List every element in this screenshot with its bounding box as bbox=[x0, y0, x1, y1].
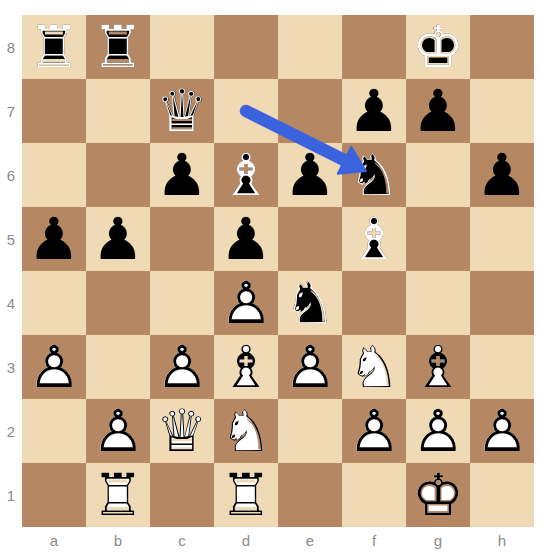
piece-white-pawn[interactable]: ♟♙ bbox=[150, 335, 214, 399]
square-c8[interactable] bbox=[150, 15, 214, 79]
square-b4[interactable] bbox=[86, 271, 150, 335]
piece-black-king[interactable]: ♚♔ bbox=[406, 15, 470, 79]
piece-black-bishop[interactable]: ♝♗ bbox=[342, 207, 406, 271]
piece-black-knight[interactable]: ♞♘ bbox=[278, 271, 342, 335]
square-a6[interactable] bbox=[22, 143, 86, 207]
square-a2[interactable] bbox=[22, 399, 86, 463]
square-e3[interactable]: ♟♙ bbox=[278, 335, 342, 399]
square-h5[interactable] bbox=[470, 207, 534, 271]
square-h1[interactable] bbox=[470, 463, 534, 527]
square-h6[interactable]: ♟ bbox=[470, 143, 534, 207]
file-label-a: a bbox=[22, 527, 86, 554]
square-f4[interactable] bbox=[342, 271, 406, 335]
file-label-f: f bbox=[342, 527, 406, 554]
square-a1[interactable] bbox=[22, 463, 86, 527]
piece-black-pawn[interactable]: ♟ bbox=[470, 143, 534, 207]
square-d8[interactable] bbox=[214, 15, 278, 79]
square-c6[interactable]: ♟ bbox=[150, 143, 214, 207]
square-c1[interactable] bbox=[150, 463, 214, 527]
square-d4[interactable]: ♟♙ bbox=[214, 271, 278, 335]
square-d2[interactable]: ♞♘ bbox=[214, 399, 278, 463]
square-d7[interactable] bbox=[214, 79, 278, 143]
square-b5[interactable]: ♟ bbox=[86, 207, 150, 271]
piece-white-king[interactable]: ♚♔ bbox=[406, 463, 470, 527]
piece-white-queen[interactable]: ♛♕ bbox=[150, 399, 214, 463]
file-label-b: b bbox=[86, 527, 150, 554]
square-c2[interactable]: ♛♕ bbox=[150, 399, 214, 463]
square-c3[interactable]: ♟♙ bbox=[150, 335, 214, 399]
square-g6[interactable] bbox=[406, 143, 470, 207]
square-e8[interactable] bbox=[278, 15, 342, 79]
square-g7[interactable]: ♟ bbox=[406, 79, 470, 143]
square-f3[interactable]: ♞♘ bbox=[342, 335, 406, 399]
square-a7[interactable] bbox=[22, 79, 86, 143]
piece-black-queen[interactable]: ♛♕ bbox=[150, 79, 214, 143]
square-a3[interactable]: ♟♙ bbox=[22, 335, 86, 399]
piece-black-pawn[interactable]: ♟ bbox=[342, 79, 406, 143]
square-e4[interactable]: ♞♘ bbox=[278, 271, 342, 335]
rank-label-4: 4 bbox=[0, 271, 22, 335]
piece-black-pawn[interactable]: ♟ bbox=[86, 207, 150, 271]
piece-white-pawn[interactable]: ♟♙ bbox=[278, 335, 342, 399]
rank-label-7: 7 bbox=[0, 79, 22, 143]
piece-black-pawn[interactable]: ♟ bbox=[278, 143, 342, 207]
piece-black-rook[interactable]: ♜♖ bbox=[86, 15, 150, 79]
rank-label-3: 3 bbox=[0, 335, 22, 399]
piece-black-pawn[interactable]: ♟ bbox=[22, 207, 86, 271]
square-a4[interactable] bbox=[22, 271, 86, 335]
square-h2[interactable]: ♟♙ bbox=[470, 399, 534, 463]
file-label-e: e bbox=[278, 527, 342, 554]
file-label-c: c bbox=[150, 527, 214, 554]
square-b6[interactable] bbox=[86, 143, 150, 207]
piece-white-pawn[interactable]: ♟♙ bbox=[214, 271, 278, 335]
square-e2[interactable] bbox=[278, 399, 342, 463]
square-g1[interactable]: ♚♔ bbox=[406, 463, 470, 527]
square-d6[interactable]: ♝♗ bbox=[214, 143, 278, 207]
piece-white-pawn[interactable]: ♟♙ bbox=[406, 399, 470, 463]
chess-app: ♜♖♜♖♚♔♛♕♟♟♟♝♗♟♞♘♟♟♟♟♝♗♟♙♞♘♟♙♟♙♝♗♟♙♞♘♝♗♟♙… bbox=[0, 0, 550, 554]
file-label-h: h bbox=[470, 527, 534, 554]
square-a8[interactable]: ♜♖ bbox=[22, 15, 86, 79]
piece-white-knight[interactable]: ♞♘ bbox=[342, 335, 406, 399]
square-c5[interactable] bbox=[150, 207, 214, 271]
square-d1[interactable]: ♜♖ bbox=[214, 463, 278, 527]
square-g4[interactable] bbox=[406, 271, 470, 335]
square-f5[interactable]: ♝♗ bbox=[342, 207, 406, 271]
piece-black-knight[interactable]: ♞♘ bbox=[342, 143, 406, 207]
square-h3[interactable] bbox=[470, 335, 534, 399]
square-b1[interactable]: ♜♖ bbox=[86, 463, 150, 527]
square-h4[interactable] bbox=[470, 271, 534, 335]
chess-board: ♜♖♜♖♚♔♛♕♟♟♟♝♗♟♞♘♟♟♟♟♝♗♟♙♞♘♟♙♟♙♝♗♟♙♞♘♝♗♟♙… bbox=[22, 15, 534, 527]
piece-white-knight[interactable]: ♞♘ bbox=[214, 399, 278, 463]
square-f6[interactable]: ♞♘ bbox=[342, 143, 406, 207]
square-g8[interactable]: ♚♔ bbox=[406, 15, 470, 79]
square-c7[interactable]: ♛♕ bbox=[150, 79, 214, 143]
piece-black-pawn[interactable]: ♟ bbox=[150, 143, 214, 207]
piece-white-pawn[interactable]: ♟♙ bbox=[342, 399, 406, 463]
piece-black-bishop[interactable]: ♝♗ bbox=[214, 143, 278, 207]
square-b3[interactable] bbox=[86, 335, 150, 399]
piece-white-pawn[interactable]: ♟♙ bbox=[470, 399, 534, 463]
square-d3[interactable]: ♝♗ bbox=[214, 335, 278, 399]
square-b7[interactable] bbox=[86, 79, 150, 143]
square-a5[interactable]: ♟ bbox=[22, 207, 86, 271]
piece-black-pawn[interactable]: ♟ bbox=[214, 207, 278, 271]
square-h7[interactable] bbox=[470, 79, 534, 143]
piece-black-rook[interactable]: ♜♖ bbox=[22, 15, 86, 79]
rank-label-2: 2 bbox=[0, 399, 22, 463]
piece-white-rook[interactable]: ♜♖ bbox=[214, 463, 278, 527]
square-e5[interactable] bbox=[278, 207, 342, 271]
square-e1[interactable] bbox=[278, 463, 342, 527]
square-b2[interactable]: ♟♙ bbox=[86, 399, 150, 463]
square-f2[interactable]: ♟♙ bbox=[342, 399, 406, 463]
file-label-g: g bbox=[406, 527, 470, 554]
square-g3[interactable]: ♝♗ bbox=[406, 335, 470, 399]
rank-label-8: 8 bbox=[0, 15, 22, 79]
square-f7[interactable]: ♟ bbox=[342, 79, 406, 143]
square-g2[interactable]: ♟♙ bbox=[406, 399, 470, 463]
square-b8[interactable]: ♜♖ bbox=[86, 15, 150, 79]
square-f1[interactable] bbox=[342, 463, 406, 527]
rank-label-5: 5 bbox=[0, 207, 22, 271]
square-c4[interactable] bbox=[150, 271, 214, 335]
piece-black-pawn[interactable]: ♟ bbox=[406, 79, 470, 143]
piece-white-bishop[interactable]: ♝♗ bbox=[406, 335, 470, 399]
rank-label-1: 1 bbox=[0, 463, 22, 527]
square-h8[interactable] bbox=[470, 15, 534, 79]
square-f8[interactable] bbox=[342, 15, 406, 79]
square-e6[interactable]: ♟ bbox=[278, 143, 342, 207]
rank-label-6: 6 bbox=[0, 143, 22, 207]
file-label-d: d bbox=[214, 527, 278, 554]
square-g5[interactable] bbox=[406, 207, 470, 271]
piece-white-bishop[interactable]: ♝♗ bbox=[214, 335, 278, 399]
piece-white-pawn[interactable]: ♟♙ bbox=[22, 335, 86, 399]
square-d5[interactable]: ♟ bbox=[214, 207, 278, 271]
square-e7[interactable] bbox=[278, 79, 342, 143]
piece-white-pawn[interactable]: ♟♙ bbox=[86, 399, 150, 463]
piece-white-rook[interactable]: ♜♖ bbox=[86, 463, 150, 527]
